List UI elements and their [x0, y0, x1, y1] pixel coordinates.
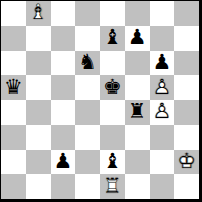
square-c8[interactable]: [51, 1, 76, 26]
square-b1[interactable]: [26, 174, 51, 199]
square-d3[interactable]: [75, 125, 100, 150]
square-c1[interactable]: [51, 174, 76, 199]
black-queen: ♛: [1, 75, 26, 100]
square-g8[interactable]: [150, 1, 175, 26]
square-b2[interactable]: [26, 150, 51, 175]
square-h7[interactable]: [174, 26, 199, 51]
square-f1[interactable]: [125, 174, 150, 199]
black-pawn: ♟: [150, 51, 175, 76]
square-d5[interactable]: [75, 75, 100, 100]
square-c2[interactable]: ♟: [51, 150, 76, 175]
square-g3[interactable]: [150, 125, 175, 150]
square-g5[interactable]: ♟♙: [150, 75, 175, 100]
square-h5[interactable]: [174, 75, 199, 100]
square-d8[interactable]: [75, 1, 100, 26]
chess-board: ♝♗♝♟♞♟♛♚♟♙♜♟♙♟♝♚♔♜♖: [1, 1, 199, 199]
square-g1[interactable]: [150, 174, 175, 199]
square-d1[interactable]: [75, 174, 100, 199]
square-b6[interactable]: [26, 51, 51, 76]
black-bishop: ♝: [100, 150, 125, 175]
square-h4[interactable]: [174, 100, 199, 125]
square-e1[interactable]: ♜♖: [100, 174, 125, 199]
square-e5[interactable]: ♚: [100, 75, 125, 100]
square-a3[interactable]: [1, 125, 26, 150]
square-b7[interactable]: [26, 26, 51, 51]
square-a5[interactable]: ♛: [1, 75, 26, 100]
square-a1[interactable]: [1, 174, 26, 199]
square-c7[interactable]: [51, 26, 76, 51]
white-rook: ♜♖: [100, 174, 125, 199]
square-g7[interactable]: [150, 26, 175, 51]
square-d2[interactable]: [75, 150, 100, 175]
square-a2[interactable]: [1, 150, 26, 175]
black-bishop: ♝: [100, 26, 125, 51]
square-e2[interactable]: ♝: [100, 150, 125, 175]
square-f4[interactable]: ♜: [125, 100, 150, 125]
square-a8[interactable]: [1, 1, 26, 26]
black-rook: ♜: [125, 100, 150, 125]
square-c5[interactable]: [51, 75, 76, 100]
square-h1[interactable]: [174, 174, 199, 199]
square-b5[interactable]: [26, 75, 51, 100]
square-b4[interactable]: [26, 100, 51, 125]
square-f3[interactable]: [125, 125, 150, 150]
black-pawn: ♟: [51, 150, 76, 175]
black-knight: ♞: [75, 51, 100, 76]
board-frame: ♝♗♝♟♞♟♛♚♟♙♜♟♙♟♝♚♔♜♖: [0, 0, 202, 202]
square-a4[interactable]: [1, 100, 26, 125]
square-f5[interactable]: [125, 75, 150, 100]
square-c3[interactable]: [51, 125, 76, 150]
square-g4[interactable]: ♟♙: [150, 100, 175, 125]
white-pawn: ♟♙: [150, 75, 175, 100]
black-pawn: ♟: [125, 26, 150, 51]
square-f8[interactable]: [125, 1, 150, 26]
square-g2[interactable]: [150, 150, 175, 175]
square-d7[interactable]: [75, 26, 100, 51]
square-e8[interactable]: [100, 1, 125, 26]
square-f7[interactable]: ♟: [125, 26, 150, 51]
square-c6[interactable]: [51, 51, 76, 76]
square-e3[interactable]: [100, 125, 125, 150]
white-bishop: ♝♗: [26, 1, 51, 26]
square-h8[interactable]: [174, 1, 199, 26]
square-h3[interactable]: [174, 125, 199, 150]
square-h6[interactable]: [174, 51, 199, 76]
square-e4[interactable]: [100, 100, 125, 125]
square-c4[interactable]: [51, 100, 76, 125]
square-d6[interactable]: ♞: [75, 51, 100, 76]
square-f6[interactable]: [125, 51, 150, 76]
square-h2[interactable]: ♚♔: [174, 150, 199, 175]
square-e7[interactable]: ♝: [100, 26, 125, 51]
square-a7[interactable]: [1, 26, 26, 51]
square-b8[interactable]: ♝♗: [26, 1, 51, 26]
square-e6[interactable]: [100, 51, 125, 76]
square-g6[interactable]: ♟: [150, 51, 175, 76]
square-a6[interactable]: [1, 51, 26, 76]
square-d4[interactable]: [75, 100, 100, 125]
black-king: ♚: [100, 75, 125, 100]
white-pawn: ♟♙: [150, 100, 175, 125]
square-f2[interactable]: [125, 150, 150, 175]
square-b3[interactable]: [26, 125, 51, 150]
white-king: ♚♔: [174, 150, 199, 175]
